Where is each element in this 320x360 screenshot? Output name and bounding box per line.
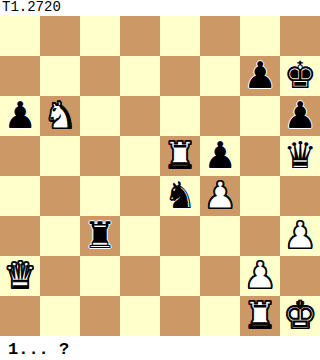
square-f5[interactable]: ♟	[200, 136, 240, 176]
square-a8[interactable]	[0, 16, 40, 56]
square-f7[interactable]	[200, 56, 240, 96]
square-b2[interactable]	[40, 256, 80, 296]
square-b4[interactable]	[40, 176, 80, 216]
square-c5[interactable]	[80, 136, 120, 176]
black-queen: ♛	[283, 136, 316, 176]
square-f1[interactable]	[200, 296, 240, 336]
square-a6[interactable]: ♟	[0, 96, 40, 136]
white-king: ♚	[283, 296, 316, 336]
square-a3[interactable]	[0, 216, 40, 256]
square-a1[interactable]	[0, 296, 40, 336]
square-c7[interactable]	[80, 56, 120, 96]
square-b8[interactable]	[40, 16, 80, 56]
white-rook: ♜	[163, 136, 196, 176]
black-rook: ♜	[83, 216, 116, 256]
white-pawn: ♟	[283, 216, 316, 256]
square-c3[interactable]: ♜	[80, 216, 120, 256]
square-d6[interactable]	[120, 96, 160, 136]
square-h6[interactable]: ♟	[280, 96, 320, 136]
black-king: ♚	[283, 56, 316, 96]
square-b1[interactable]	[40, 296, 80, 336]
square-c1[interactable]	[80, 296, 120, 336]
square-g7[interactable]: ♟	[240, 56, 280, 96]
square-g1[interactable]: ♜	[240, 296, 280, 336]
square-h1[interactable]: ♚	[280, 296, 320, 336]
square-h5[interactable]: ♛	[280, 136, 320, 176]
black-pawn: ♟	[243, 56, 276, 96]
square-e4[interactable]: ♞	[160, 176, 200, 216]
square-g5[interactable]	[240, 136, 280, 176]
square-e6[interactable]	[160, 96, 200, 136]
square-c4[interactable]	[80, 176, 120, 216]
square-f3[interactable]	[200, 216, 240, 256]
square-e3[interactable]	[160, 216, 200, 256]
black-knight: ♞	[163, 176, 196, 216]
white-knight: ♞	[43, 96, 76, 136]
square-g2[interactable]: ♟	[240, 256, 280, 296]
square-h7[interactable]: ♚	[280, 56, 320, 96]
square-f4[interactable]: ♟	[200, 176, 240, 216]
square-g3[interactable]	[240, 216, 280, 256]
square-a7[interactable]	[0, 56, 40, 96]
square-f6[interactable]	[200, 96, 240, 136]
square-d5[interactable]	[120, 136, 160, 176]
white-pawn: ♟	[203, 176, 236, 216]
square-e1[interactable]	[160, 296, 200, 336]
square-c8[interactable]	[80, 16, 120, 56]
square-b5[interactable]	[40, 136, 80, 176]
square-f8[interactable]	[200, 16, 240, 56]
square-g4[interactable]	[240, 176, 280, 216]
square-b3[interactable]	[40, 216, 80, 256]
chess-board: ♟♚♟♞♟♜♟♛♞♟♜♟♛♟♜♚	[0, 16, 320, 336]
square-c2[interactable]	[80, 256, 120, 296]
square-h4[interactable]	[280, 176, 320, 216]
square-e2[interactable]	[160, 256, 200, 296]
square-d7[interactable]	[120, 56, 160, 96]
square-c6[interactable]	[80, 96, 120, 136]
square-g8[interactable]	[240, 16, 280, 56]
square-a5[interactable]	[0, 136, 40, 176]
black-pawn: ♟	[3, 96, 36, 136]
black-pawn: ♟	[283, 96, 316, 136]
square-d4[interactable]	[120, 176, 160, 216]
puzzle-id: T1.2720	[0, 0, 320, 16]
square-h3[interactable]: ♟	[280, 216, 320, 256]
square-f2[interactable]	[200, 256, 240, 296]
square-g6[interactable]	[240, 96, 280, 136]
square-b7[interactable]	[40, 56, 80, 96]
square-h2[interactable]	[280, 256, 320, 296]
square-a4[interactable]	[0, 176, 40, 216]
square-h8[interactable]	[280, 16, 320, 56]
square-d3[interactable]	[120, 216, 160, 256]
white-pawn: ♟	[243, 256, 276, 296]
white-rook: ♜	[243, 296, 276, 336]
square-d2[interactable]	[120, 256, 160, 296]
square-e5[interactable]: ♜	[160, 136, 200, 176]
square-b6[interactable]: ♞	[40, 96, 80, 136]
move-prompt: 1... ?	[0, 336, 320, 360]
square-d1[interactable]	[120, 296, 160, 336]
white-queen: ♛	[3, 256, 36, 296]
square-e7[interactable]	[160, 56, 200, 96]
square-d8[interactable]	[120, 16, 160, 56]
black-pawn: ♟	[203, 136, 236, 176]
square-e8[interactable]	[160, 16, 200, 56]
square-a2[interactable]: ♛	[0, 256, 40, 296]
